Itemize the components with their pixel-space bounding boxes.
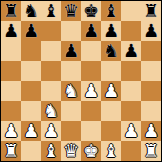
square-f2[interactable] xyxy=(101,121,121,141)
white-pawn-f4[interactable]: ♟ xyxy=(103,81,119,101)
square-a4[interactable] xyxy=(1,81,21,101)
square-b4[interactable] xyxy=(21,81,41,101)
square-b6[interactable] xyxy=(21,41,41,61)
black-pawn-b7[interactable]: ♟ xyxy=(23,21,39,41)
square-b8[interactable]: ♞ xyxy=(21,1,41,21)
square-h1[interactable]: ♜ xyxy=(141,141,161,161)
chess-board: ♜♞♝♛♚♝♜♟♟♟♟♟♟♞♟♞♟♟♞♟♟♟♟♟♜♝♛♚♝♜ xyxy=(0,0,162,162)
square-e6[interactable] xyxy=(81,41,101,61)
square-e7[interactable]: ♟ xyxy=(81,21,101,41)
white-queen-d1[interactable]: ♛ xyxy=(63,141,79,161)
square-d2[interactable] xyxy=(61,121,81,141)
square-e2[interactable] xyxy=(81,121,101,141)
white-pawn-e4[interactable]: ♟ xyxy=(83,81,99,101)
black-rook-h8[interactable]: ♜ xyxy=(143,1,159,21)
white-pawn-h2[interactable]: ♟ xyxy=(143,121,159,141)
square-h7[interactable]: ♟ xyxy=(141,21,161,41)
square-e5[interactable] xyxy=(81,61,101,81)
square-h2[interactable]: ♟ xyxy=(141,121,161,141)
square-h3[interactable] xyxy=(141,101,161,121)
white-knight-d4[interactable]: ♞ xyxy=(63,81,79,101)
black-pawn-e7[interactable]: ♟ xyxy=(83,21,99,41)
square-d6[interactable]: ♟ xyxy=(61,41,81,61)
square-g7[interactable] xyxy=(121,21,141,41)
square-f4[interactable]: ♟ xyxy=(101,81,121,101)
square-f5[interactable] xyxy=(101,61,121,81)
black-knight-f6[interactable]: ♞ xyxy=(103,41,119,61)
square-g2[interactable]: ♟ xyxy=(121,121,141,141)
square-f6[interactable]: ♞ xyxy=(101,41,121,61)
black-knight-b8[interactable]: ♞ xyxy=(23,1,39,21)
white-rook-a1[interactable]: ♜ xyxy=(3,141,19,161)
square-a7[interactable]: ♟ xyxy=(1,21,21,41)
square-c1[interactable]: ♝ xyxy=(41,141,61,161)
black-pawn-a7[interactable]: ♟ xyxy=(3,21,19,41)
square-d3[interactable] xyxy=(61,101,81,121)
black-pawn-h7[interactable]: ♟ xyxy=(143,21,159,41)
square-a6[interactable] xyxy=(1,41,21,61)
square-b7[interactable]: ♟ xyxy=(21,21,41,41)
square-c3[interactable]: ♞ xyxy=(41,101,61,121)
square-a2[interactable]: ♟ xyxy=(1,121,21,141)
square-g4[interactable] xyxy=(121,81,141,101)
white-bishop-f1[interactable]: ♝ xyxy=(103,141,119,161)
square-f1[interactable]: ♝ xyxy=(101,141,121,161)
black-pawn-g6[interactable]: ♟ xyxy=(123,41,139,61)
square-e8[interactable]: ♚ xyxy=(81,1,101,21)
square-e1[interactable]: ♚ xyxy=(81,141,101,161)
white-knight-c3[interactable]: ♞ xyxy=(43,101,59,121)
square-g6[interactable]: ♟ xyxy=(121,41,141,61)
white-pawn-a2[interactable]: ♟ xyxy=(3,121,19,141)
white-rook-h1[interactable]: ♜ xyxy=(143,141,159,161)
square-d5[interactable] xyxy=(61,61,81,81)
square-a1[interactable]: ♜ xyxy=(1,141,21,161)
black-pawn-f7[interactable]: ♟ xyxy=(103,21,119,41)
square-b3[interactable] xyxy=(21,101,41,121)
square-h6[interactable] xyxy=(141,41,161,61)
square-d8[interactable]: ♛ xyxy=(61,1,81,21)
black-queen-d8[interactable]: ♛ xyxy=(63,1,79,21)
white-pawn-g2[interactable]: ♟ xyxy=(123,121,139,141)
square-f3[interactable] xyxy=(101,101,121,121)
black-bishop-c8[interactable]: ♝ xyxy=(43,1,59,21)
black-king-e8[interactable]: ♚ xyxy=(83,1,99,21)
square-a5[interactable] xyxy=(1,61,21,81)
square-c8[interactable]: ♝ xyxy=(41,1,61,21)
white-pawn-b2[interactable]: ♟ xyxy=(23,121,39,141)
square-d7[interactable] xyxy=(61,21,81,41)
square-c5[interactable] xyxy=(41,61,61,81)
square-d4[interactable]: ♞ xyxy=(61,81,81,101)
square-e3[interactable] xyxy=(81,101,101,121)
square-h4[interactable] xyxy=(141,81,161,101)
black-rook-a8[interactable]: ♜ xyxy=(3,1,19,21)
white-king-e1[interactable]: ♚ xyxy=(83,141,99,161)
square-c6[interactable] xyxy=(41,41,61,61)
square-c7[interactable] xyxy=(41,21,61,41)
square-h8[interactable]: ♜ xyxy=(141,1,161,21)
square-b1[interactable] xyxy=(21,141,41,161)
square-f7[interactable]: ♟ xyxy=(101,21,121,41)
square-e4[interactable]: ♟ xyxy=(81,81,101,101)
black-pawn-d6[interactable]: ♟ xyxy=(63,41,79,61)
square-d1[interactable]: ♛ xyxy=(61,141,81,161)
square-g3[interactable] xyxy=(121,101,141,121)
square-c2[interactable]: ♟ xyxy=(41,121,61,141)
black-bishop-f8[interactable]: ♝ xyxy=(103,1,119,21)
square-h5[interactable] xyxy=(141,61,161,81)
square-g8[interactable] xyxy=(121,1,141,21)
square-b5[interactable] xyxy=(21,61,41,81)
square-b2[interactable]: ♟ xyxy=(21,121,41,141)
square-g1[interactable] xyxy=(121,141,141,161)
square-a8[interactable]: ♜ xyxy=(1,1,21,21)
square-f8[interactable]: ♝ xyxy=(101,1,121,21)
white-bishop-c1[interactable]: ♝ xyxy=(43,141,59,161)
white-pawn-c2[interactable]: ♟ xyxy=(43,121,59,141)
square-a3[interactable] xyxy=(1,101,21,121)
square-g5[interactable] xyxy=(121,61,141,81)
square-c4[interactable] xyxy=(41,81,61,101)
